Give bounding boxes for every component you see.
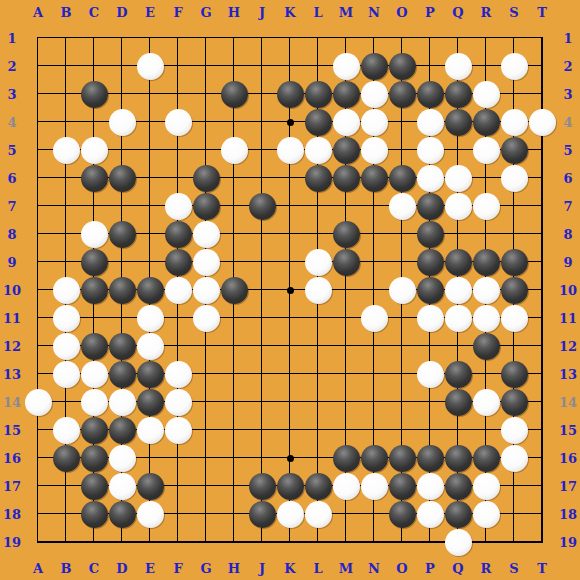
intersection-O2[interactable] — [388, 52, 416, 80]
intersection-C1[interactable] — [80, 24, 108, 52]
intersection-L17[interactable] — [304, 472, 332, 500]
intersection-S5[interactable] — [500, 136, 528, 164]
intersection-D14[interactable] — [108, 388, 136, 416]
intersection-E18[interactable] — [136, 500, 164, 528]
intersection-R16[interactable] — [472, 444, 500, 472]
intersection-A10[interactable] — [24, 276, 52, 304]
intersection-L3[interactable] — [304, 80, 332, 108]
intersection-O4[interactable] — [388, 108, 416, 136]
intersection-M8[interactable] — [332, 220, 360, 248]
intersection-Q6[interactable] — [444, 164, 472, 192]
intersection-D12[interactable] — [108, 332, 136, 360]
intersection-D5[interactable] — [108, 136, 136, 164]
intersection-O12[interactable] — [388, 332, 416, 360]
intersection-E12[interactable] — [136, 332, 164, 360]
intersection-H10[interactable] — [220, 276, 248, 304]
intersection-J7[interactable] — [248, 192, 276, 220]
intersection-Q13[interactable] — [444, 360, 472, 388]
intersection-Q17[interactable] — [444, 472, 472, 500]
intersection-A16[interactable] — [24, 444, 52, 472]
intersection-R6[interactable] — [472, 164, 500, 192]
intersection-E9[interactable] — [136, 248, 164, 276]
intersection-O5[interactable] — [388, 136, 416, 164]
intersection-O1[interactable] — [388, 24, 416, 52]
intersection-J17[interactable] — [248, 472, 276, 500]
intersection-F4[interactable] — [164, 108, 192, 136]
intersection-O7[interactable] — [388, 192, 416, 220]
intersection-F19[interactable] — [164, 528, 192, 556]
intersection-T1[interactable] — [528, 24, 556, 52]
intersection-H12[interactable] — [220, 332, 248, 360]
intersection-S9[interactable] — [500, 248, 528, 276]
intersection-R17[interactable] — [472, 472, 500, 500]
intersection-D15[interactable] — [108, 416, 136, 444]
intersection-H13[interactable] — [220, 360, 248, 388]
intersection-C12[interactable] — [80, 332, 108, 360]
intersection-Q11[interactable] — [444, 304, 472, 332]
intersection-C3[interactable] — [80, 80, 108, 108]
intersection-S12[interactable] — [500, 332, 528, 360]
intersection-G2[interactable] — [192, 52, 220, 80]
intersection-O13[interactable] — [388, 360, 416, 388]
intersection-M16[interactable] — [332, 444, 360, 472]
intersection-N13[interactable] — [360, 360, 388, 388]
intersection-L15[interactable] — [304, 416, 332, 444]
intersection-J1[interactable] — [248, 24, 276, 52]
intersection-L2[interactable] — [304, 52, 332, 80]
intersection-Q4[interactable] — [444, 108, 472, 136]
intersection-H2[interactable] — [220, 52, 248, 80]
intersection-L7[interactable] — [304, 192, 332, 220]
intersection-D13[interactable] — [108, 360, 136, 388]
intersection-P4[interactable] — [416, 108, 444, 136]
intersection-M7[interactable] — [332, 192, 360, 220]
intersection-J2[interactable] — [248, 52, 276, 80]
intersection-F18[interactable] — [164, 500, 192, 528]
intersection-T13[interactable] — [528, 360, 556, 388]
intersection-H9[interactable] — [220, 248, 248, 276]
intersection-A17[interactable] — [24, 472, 52, 500]
intersection-H5[interactable] — [220, 136, 248, 164]
intersection-K4[interactable] — [276, 108, 304, 136]
intersection-L8[interactable] — [304, 220, 332, 248]
intersection-K11[interactable] — [276, 304, 304, 332]
intersection-S10[interactable] — [500, 276, 528, 304]
intersection-T7[interactable] — [528, 192, 556, 220]
intersection-T17[interactable] — [528, 472, 556, 500]
intersection-G19[interactable] — [192, 528, 220, 556]
intersection-R1[interactable] — [472, 24, 500, 52]
intersection-F3[interactable] — [164, 80, 192, 108]
intersection-F2[interactable] — [164, 52, 192, 80]
intersection-J18[interactable] — [248, 500, 276, 528]
intersection-L13[interactable] — [304, 360, 332, 388]
intersection-P11[interactable] — [416, 304, 444, 332]
intersection-C10[interactable] — [80, 276, 108, 304]
intersection-L19[interactable] — [304, 528, 332, 556]
intersection-D4[interactable] — [108, 108, 136, 136]
intersection-F12[interactable] — [164, 332, 192, 360]
intersection-A5[interactable] — [24, 136, 52, 164]
intersection-N9[interactable] — [360, 248, 388, 276]
intersection-E19[interactable] — [136, 528, 164, 556]
intersection-M9[interactable] — [332, 248, 360, 276]
intersection-A19[interactable] — [24, 528, 52, 556]
intersection-S8[interactable] — [500, 220, 528, 248]
intersection-S7[interactable] — [500, 192, 528, 220]
intersection-R18[interactable] — [472, 500, 500, 528]
intersection-T11[interactable] — [528, 304, 556, 332]
intersection-C8[interactable] — [80, 220, 108, 248]
intersection-K14[interactable] — [276, 388, 304, 416]
intersection-R3[interactable] — [472, 80, 500, 108]
intersection-O10[interactable] — [388, 276, 416, 304]
intersection-A6[interactable] — [24, 164, 52, 192]
intersection-P13[interactable] — [416, 360, 444, 388]
intersection-M15[interactable] — [332, 416, 360, 444]
intersection-E14[interactable] — [136, 388, 164, 416]
intersection-L1[interactable] — [304, 24, 332, 52]
intersection-A15[interactable] — [24, 416, 52, 444]
intersection-M5[interactable] — [332, 136, 360, 164]
intersection-B16[interactable] — [52, 444, 80, 472]
intersection-N14[interactable] — [360, 388, 388, 416]
intersection-A9[interactable] — [24, 248, 52, 276]
intersection-O16[interactable] — [388, 444, 416, 472]
intersection-E3[interactable] — [136, 80, 164, 108]
intersection-G8[interactable] — [192, 220, 220, 248]
intersection-G6[interactable] — [192, 164, 220, 192]
intersection-P10[interactable] — [416, 276, 444, 304]
intersection-B17[interactable] — [52, 472, 80, 500]
intersection-Q3[interactable] — [444, 80, 472, 108]
intersection-K5[interactable] — [276, 136, 304, 164]
intersection-K13[interactable] — [276, 360, 304, 388]
intersection-F6[interactable] — [164, 164, 192, 192]
intersection-Q9[interactable] — [444, 248, 472, 276]
intersection-J13[interactable] — [248, 360, 276, 388]
intersection-F15[interactable] — [164, 416, 192, 444]
intersection-N19[interactable] — [360, 528, 388, 556]
intersection-T4[interactable] — [528, 108, 556, 136]
intersection-N1[interactable] — [360, 24, 388, 52]
intersection-M12[interactable] — [332, 332, 360, 360]
intersection-B3[interactable] — [52, 80, 80, 108]
intersection-C17[interactable] — [80, 472, 108, 500]
intersection-J5[interactable] — [248, 136, 276, 164]
intersection-N4[interactable] — [360, 108, 388, 136]
intersection-H8[interactable] — [220, 220, 248, 248]
intersection-F10[interactable] — [164, 276, 192, 304]
intersection-B18[interactable] — [52, 500, 80, 528]
intersection-K10[interactable] — [276, 276, 304, 304]
intersection-H6[interactable] — [220, 164, 248, 192]
intersection-T5[interactable] — [528, 136, 556, 164]
intersection-T19[interactable] — [528, 528, 556, 556]
intersection-F16[interactable] — [164, 444, 192, 472]
intersection-T14[interactable] — [528, 388, 556, 416]
intersection-N12[interactable] — [360, 332, 388, 360]
intersection-B12[interactable] — [52, 332, 80, 360]
intersection-G9[interactable] — [192, 248, 220, 276]
intersection-S16[interactable] — [500, 444, 528, 472]
intersection-D8[interactable] — [108, 220, 136, 248]
intersection-K6[interactable] — [276, 164, 304, 192]
intersection-J15[interactable] — [248, 416, 276, 444]
intersection-G3[interactable] — [192, 80, 220, 108]
intersection-C11[interactable] — [80, 304, 108, 332]
intersection-B14[interactable] — [52, 388, 80, 416]
intersection-B2[interactable] — [52, 52, 80, 80]
intersection-L14[interactable] — [304, 388, 332, 416]
intersection-R7[interactable] — [472, 192, 500, 220]
intersection-B7[interactable] — [52, 192, 80, 220]
intersection-G10[interactable] — [192, 276, 220, 304]
intersection-A2[interactable] — [24, 52, 52, 80]
intersection-F7[interactable] — [164, 192, 192, 220]
intersection-D17[interactable] — [108, 472, 136, 500]
intersection-M18[interactable] — [332, 500, 360, 528]
intersection-B11[interactable] — [52, 304, 80, 332]
intersection-Q18[interactable] — [444, 500, 472, 528]
intersection-P19[interactable] — [416, 528, 444, 556]
intersection-R2[interactable] — [472, 52, 500, 80]
intersection-N2[interactable] — [360, 52, 388, 80]
intersection-D1[interactable] — [108, 24, 136, 52]
intersection-B15[interactable] — [52, 416, 80, 444]
intersection-N16[interactable] — [360, 444, 388, 472]
intersection-L16[interactable] — [304, 444, 332, 472]
intersection-T2[interactable] — [528, 52, 556, 80]
intersection-T8[interactable] — [528, 220, 556, 248]
intersection-G12[interactable] — [192, 332, 220, 360]
intersection-F13[interactable] — [164, 360, 192, 388]
intersection-Q16[interactable] — [444, 444, 472, 472]
intersection-L9[interactable] — [304, 248, 332, 276]
intersection-C15[interactable] — [80, 416, 108, 444]
intersection-C4[interactable] — [80, 108, 108, 136]
intersection-T15[interactable] — [528, 416, 556, 444]
intersection-H19[interactable] — [220, 528, 248, 556]
intersection-B1[interactable] — [52, 24, 80, 52]
intersection-D7[interactable] — [108, 192, 136, 220]
intersection-M19[interactable] — [332, 528, 360, 556]
intersection-P1[interactable] — [416, 24, 444, 52]
intersection-A7[interactable] — [24, 192, 52, 220]
intersection-S11[interactable] — [500, 304, 528, 332]
intersection-G1[interactable] — [192, 24, 220, 52]
intersection-M13[interactable] — [332, 360, 360, 388]
intersection-J12[interactable] — [248, 332, 276, 360]
intersection-E2[interactable] — [136, 52, 164, 80]
intersection-M17[interactable] — [332, 472, 360, 500]
intersection-J16[interactable] — [248, 444, 276, 472]
intersection-E1[interactable] — [136, 24, 164, 52]
intersection-H16[interactable] — [220, 444, 248, 472]
intersection-A4[interactable] — [24, 108, 52, 136]
intersection-O9[interactable] — [388, 248, 416, 276]
intersection-R8[interactable] — [472, 220, 500, 248]
intersection-G18[interactable] — [192, 500, 220, 528]
intersection-L18[interactable] — [304, 500, 332, 528]
intersection-K3[interactable] — [276, 80, 304, 108]
intersection-B19[interactable] — [52, 528, 80, 556]
intersection-P8[interactable] — [416, 220, 444, 248]
intersection-J10[interactable] — [248, 276, 276, 304]
intersection-D11[interactable] — [108, 304, 136, 332]
intersection-G5[interactable] — [192, 136, 220, 164]
intersection-J4[interactable] — [248, 108, 276, 136]
intersection-O18[interactable] — [388, 500, 416, 528]
intersection-S2[interactable] — [500, 52, 528, 80]
intersection-E10[interactable] — [136, 276, 164, 304]
intersection-C19[interactable] — [80, 528, 108, 556]
intersection-E13[interactable] — [136, 360, 164, 388]
intersection-M2[interactable] — [332, 52, 360, 80]
intersection-Q1[interactable] — [444, 24, 472, 52]
intersection-S18[interactable] — [500, 500, 528, 528]
intersection-B10[interactable] — [52, 276, 80, 304]
intersection-C2[interactable] — [80, 52, 108, 80]
intersection-P14[interactable] — [416, 388, 444, 416]
intersection-Q10[interactable] — [444, 276, 472, 304]
intersection-G4[interactable] — [192, 108, 220, 136]
intersection-K8[interactable] — [276, 220, 304, 248]
intersection-R4[interactable] — [472, 108, 500, 136]
intersection-L12[interactable] — [304, 332, 332, 360]
intersection-E7[interactable] — [136, 192, 164, 220]
intersection-P2[interactable] — [416, 52, 444, 80]
intersection-L6[interactable] — [304, 164, 332, 192]
intersection-T12[interactable] — [528, 332, 556, 360]
intersection-K2[interactable] — [276, 52, 304, 80]
intersection-D2[interactable] — [108, 52, 136, 80]
intersection-T6[interactable] — [528, 164, 556, 192]
intersection-E4[interactable] — [136, 108, 164, 136]
intersection-F17[interactable] — [164, 472, 192, 500]
intersection-D9[interactable] — [108, 248, 136, 276]
intersection-P9[interactable] — [416, 248, 444, 276]
intersection-S1[interactable] — [500, 24, 528, 52]
intersection-R9[interactable] — [472, 248, 500, 276]
intersection-J11[interactable] — [248, 304, 276, 332]
intersection-K16[interactable] — [276, 444, 304, 472]
intersection-H4[interactable] — [220, 108, 248, 136]
intersection-Q19[interactable] — [444, 528, 472, 556]
intersection-D10[interactable] — [108, 276, 136, 304]
intersection-O14[interactable] — [388, 388, 416, 416]
intersection-G15[interactable] — [192, 416, 220, 444]
intersection-H15[interactable] — [220, 416, 248, 444]
intersection-D6[interactable] — [108, 164, 136, 192]
intersection-K12[interactable] — [276, 332, 304, 360]
intersection-P5[interactable] — [416, 136, 444, 164]
intersection-L5[interactable] — [304, 136, 332, 164]
intersection-T3[interactable] — [528, 80, 556, 108]
intersection-B13[interactable] — [52, 360, 80, 388]
intersection-B4[interactable] — [52, 108, 80, 136]
intersection-F5[interactable] — [164, 136, 192, 164]
intersection-N3[interactable] — [360, 80, 388, 108]
intersection-D18[interactable] — [108, 500, 136, 528]
intersection-T10[interactable] — [528, 276, 556, 304]
intersection-E11[interactable] — [136, 304, 164, 332]
intersection-J6[interactable] — [248, 164, 276, 192]
intersection-Q2[interactable] — [444, 52, 472, 80]
intersection-E5[interactable] — [136, 136, 164, 164]
intersection-C18[interactable] — [80, 500, 108, 528]
intersection-A13[interactable] — [24, 360, 52, 388]
intersection-C7[interactable] — [80, 192, 108, 220]
intersection-D19[interactable] — [108, 528, 136, 556]
intersection-B9[interactable] — [52, 248, 80, 276]
intersection-D3[interactable] — [108, 80, 136, 108]
intersection-A18[interactable] — [24, 500, 52, 528]
intersection-R15[interactable] — [472, 416, 500, 444]
intersection-R11[interactable] — [472, 304, 500, 332]
intersection-P3[interactable] — [416, 80, 444, 108]
intersection-M10[interactable] — [332, 276, 360, 304]
intersection-P15[interactable] — [416, 416, 444, 444]
intersection-Q12[interactable] — [444, 332, 472, 360]
intersection-F9[interactable] — [164, 248, 192, 276]
intersection-S13[interactable] — [500, 360, 528, 388]
intersection-M4[interactable] — [332, 108, 360, 136]
intersection-H3[interactable] — [220, 80, 248, 108]
intersection-P16[interactable] — [416, 444, 444, 472]
intersection-E15[interactable] — [136, 416, 164, 444]
intersection-N7[interactable] — [360, 192, 388, 220]
intersection-H11[interactable] — [220, 304, 248, 332]
intersection-O6[interactable] — [388, 164, 416, 192]
intersection-J9[interactable] — [248, 248, 276, 276]
intersection-T18[interactable] — [528, 500, 556, 528]
intersection-K1[interactable] — [276, 24, 304, 52]
intersection-O11[interactable] — [388, 304, 416, 332]
intersection-S3[interactable] — [500, 80, 528, 108]
intersection-F11[interactable] — [164, 304, 192, 332]
intersection-D16[interactable] — [108, 444, 136, 472]
intersection-C6[interactable] — [80, 164, 108, 192]
intersection-G13[interactable] — [192, 360, 220, 388]
intersection-N11[interactable] — [360, 304, 388, 332]
intersection-C13[interactable] — [80, 360, 108, 388]
intersection-E17[interactable] — [136, 472, 164, 500]
intersection-Q15[interactable] — [444, 416, 472, 444]
intersection-S19[interactable] — [500, 528, 528, 556]
intersection-H18[interactable] — [220, 500, 248, 528]
intersection-J19[interactable] — [248, 528, 276, 556]
intersection-B6[interactable] — [52, 164, 80, 192]
intersection-A8[interactable] — [24, 220, 52, 248]
intersection-M1[interactable] — [332, 24, 360, 52]
intersection-H17[interactable] — [220, 472, 248, 500]
intersection-N15[interactable] — [360, 416, 388, 444]
intersection-S4[interactable] — [500, 108, 528, 136]
intersection-H1[interactable] — [220, 24, 248, 52]
intersection-N5[interactable] — [360, 136, 388, 164]
intersection-R19[interactable] — [472, 528, 500, 556]
intersection-A11[interactable] — [24, 304, 52, 332]
intersection-E8[interactable] — [136, 220, 164, 248]
intersection-K17[interactable] — [276, 472, 304, 500]
intersection-O15[interactable] — [388, 416, 416, 444]
intersection-C9[interactable] — [80, 248, 108, 276]
intersection-G16[interactable] — [192, 444, 220, 472]
intersection-A3[interactable] — [24, 80, 52, 108]
intersection-O19[interactable] — [388, 528, 416, 556]
intersection-O8[interactable] — [388, 220, 416, 248]
